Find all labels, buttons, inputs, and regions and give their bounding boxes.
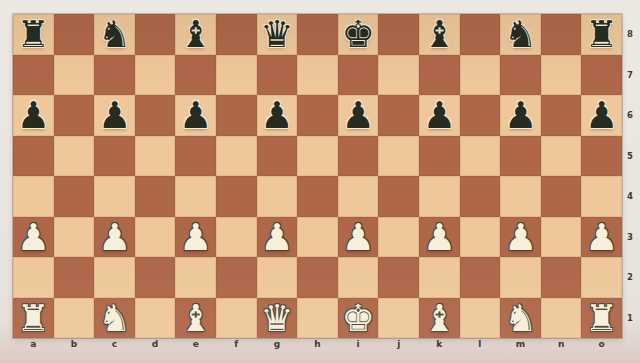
file-label-c: c: [94, 338, 135, 351]
square-m7[interactable]: [500, 55, 541, 96]
square-f8[interactable]: [216, 14, 257, 55]
square-k5[interactable]: [419, 136, 460, 177]
piece-white-pawn[interactable]: ♟: [175, 217, 216, 258]
square-o4[interactable]: [581, 176, 622, 217]
square-d1[interactable]: [135, 298, 176, 339]
square-i4[interactable]: [338, 176, 379, 217]
piece-black-pawn[interactable]: ♟: [13, 95, 54, 136]
square-f2[interactable]: [216, 257, 257, 298]
square-g3[interactable]: ♟: [257, 217, 298, 258]
square-l2[interactable]: [460, 257, 501, 298]
square-a1[interactable]: ♜: [13, 298, 54, 339]
file-label-l: l: [460, 338, 501, 351]
piece-white-rook[interactable]: ♜: [581, 298, 622, 339]
piece-black-bishop[interactable]: ♝: [175, 14, 216, 55]
square-c4[interactable]: [94, 176, 135, 217]
square-h3[interactable]: [297, 217, 338, 258]
square-a5[interactable]: [13, 136, 54, 177]
square-n4[interactable]: [541, 176, 582, 217]
square-c5[interactable]: [94, 136, 135, 177]
square-k3[interactable]: ♟: [419, 217, 460, 258]
square-o8[interactable]: ♜: [581, 14, 622, 55]
square-e8[interactable]: ♝: [175, 14, 216, 55]
square-l5[interactable]: [460, 136, 501, 177]
piece-white-king[interactable]: ♚: [338, 298, 379, 339]
square-j8[interactable]: [378, 14, 419, 55]
square-l3[interactable]: [460, 217, 501, 258]
rank-labels: 87654321: [622, 14, 638, 338]
square-h4[interactable]: [297, 176, 338, 217]
square-a3[interactable]: ♟: [13, 217, 54, 258]
square-c3[interactable]: ♟: [94, 217, 135, 258]
square-b7[interactable]: [54, 55, 95, 96]
square-f1[interactable]: [216, 298, 257, 339]
square-m2[interactable]: [500, 257, 541, 298]
square-f4[interactable]: [216, 176, 257, 217]
square-h5[interactable]: [297, 136, 338, 177]
square-i6[interactable]: ♟: [338, 95, 379, 136]
square-a2[interactable]: [13, 257, 54, 298]
file-label-i: i: [338, 338, 379, 351]
piece-black-pawn[interactable]: ♟: [94, 95, 135, 136]
piece-white-pawn[interactable]: ♟: [581, 217, 622, 258]
square-b8[interactable]: [54, 14, 95, 55]
file-label-f: f: [216, 338, 257, 351]
square-b3[interactable]: [54, 217, 95, 258]
square-m8[interactable]: ♞: [500, 14, 541, 55]
square-c8[interactable]: ♞: [94, 14, 135, 55]
square-l4[interactable]: [460, 176, 501, 217]
piece-black-queen[interactable]: ♛: [257, 14, 298, 55]
square-g2[interactable]: [257, 257, 298, 298]
square-l6[interactable]: [460, 95, 501, 136]
square-j5[interactable]: [378, 136, 419, 177]
file-label-e: e: [175, 338, 216, 351]
rank-label-3: 3: [622, 217, 638, 258]
piece-white-pawn[interactable]: ♟: [338, 217, 379, 258]
piece-white-queen[interactable]: ♛: [257, 298, 298, 339]
piece-white-pawn[interactable]: ♟: [94, 217, 135, 258]
rank-label-4: 4: [622, 176, 638, 217]
square-c7[interactable]: [94, 55, 135, 96]
square-h2[interactable]: [297, 257, 338, 298]
square-g1[interactable]: ♛: [257, 298, 298, 339]
piece-black-knight[interactable]: ♞: [94, 14, 135, 55]
square-n8[interactable]: [541, 14, 582, 55]
square-g8[interactable]: ♛: [257, 14, 298, 55]
square-h6[interactable]: [297, 95, 338, 136]
square-e4[interactable]: [175, 176, 216, 217]
square-a6[interactable]: ♟: [13, 95, 54, 136]
square-j3[interactable]: [378, 217, 419, 258]
piece-white-knight[interactable]: ♞: [94, 298, 135, 339]
square-i1[interactable]: ♚: [338, 298, 379, 339]
square-g6[interactable]: ♟: [257, 95, 298, 136]
square-k4[interactable]: [419, 176, 460, 217]
file-label-o: o: [581, 338, 622, 351]
square-i8[interactable]: ♚: [338, 14, 379, 55]
piece-white-bishop[interactable]: ♝: [175, 298, 216, 339]
square-i3[interactable]: ♟: [338, 217, 379, 258]
square-o3[interactable]: ♟: [581, 217, 622, 258]
file-label-m: m: [500, 338, 541, 351]
square-k6[interactable]: ♟: [419, 95, 460, 136]
square-h7[interactable]: [297, 55, 338, 96]
file-label-h: h: [297, 338, 338, 351]
piece-black-knight[interactable]: ♞: [500, 14, 541, 55]
square-m6[interactable]: ♟: [500, 95, 541, 136]
square-l7[interactable]: [460, 55, 501, 96]
square-m4[interactable]: [500, 176, 541, 217]
square-h8[interactable]: [297, 14, 338, 55]
rank-label-8: 8: [622, 14, 638, 55]
square-b1[interactable]: [54, 298, 95, 339]
piece-black-king[interactable]: ♚: [338, 14, 379, 55]
file-label-k: k: [419, 338, 460, 351]
file-label-n: n: [541, 338, 582, 351]
square-o1[interactable]: ♜: [581, 298, 622, 339]
square-b6[interactable]: [54, 95, 95, 136]
square-f7[interactable]: [216, 55, 257, 96]
square-e2[interactable]: [175, 257, 216, 298]
square-e5[interactable]: [175, 136, 216, 177]
square-d6[interactable]: [135, 95, 176, 136]
board-background: { "game": "chess", "board_variant": "str…: [0, 0, 640, 363]
square-k7[interactable]: [419, 55, 460, 96]
piece-white-knight[interactable]: ♞: [500, 298, 541, 339]
rank-label-6: 6: [622, 95, 638, 136]
square-g5[interactable]: [257, 136, 298, 177]
square-l8[interactable]: [460, 14, 501, 55]
square-g7[interactable]: [257, 55, 298, 96]
square-o6[interactable]: ♟: [581, 95, 622, 136]
square-i2[interactable]: [338, 257, 379, 298]
square-d5[interactable]: [135, 136, 176, 177]
square-o7[interactable]: [581, 55, 622, 96]
square-j4[interactable]: [378, 176, 419, 217]
square-d8[interactable]: [135, 14, 176, 55]
square-n2[interactable]: [541, 257, 582, 298]
square-l1[interactable]: [460, 298, 501, 339]
file-label-b: b: [54, 338, 95, 351]
piece-white-rook[interactable]: ♜: [13, 298, 54, 339]
rank-label-1: 1: [622, 298, 638, 339]
square-c2[interactable]: [94, 257, 135, 298]
piece-black-rook[interactable]: ♜: [13, 14, 54, 55]
square-b5[interactable]: [54, 136, 95, 177]
square-b2[interactable]: [54, 257, 95, 298]
square-n6[interactable]: [541, 95, 582, 136]
piece-white-pawn[interactable]: ♟: [500, 217, 541, 258]
square-f3[interactable]: [216, 217, 257, 258]
square-j6[interactable]: [378, 95, 419, 136]
square-m3[interactable]: ♟: [500, 217, 541, 258]
square-n3[interactable]: [541, 217, 582, 258]
square-d4[interactable]: [135, 176, 176, 217]
square-d3[interactable]: [135, 217, 176, 258]
square-j1[interactable]: [378, 298, 419, 339]
square-m5[interactable]: [500, 136, 541, 177]
square-g4[interactable]: [257, 176, 298, 217]
piece-black-pawn[interactable]: ♟: [257, 95, 298, 136]
square-o2[interactable]: [581, 257, 622, 298]
file-label-a: a: [13, 338, 54, 351]
square-a8[interactable]: ♜: [13, 14, 54, 55]
square-i7[interactable]: [338, 55, 379, 96]
square-f6[interactable]: [216, 95, 257, 136]
square-n1[interactable]: [541, 298, 582, 339]
chess-board: ♜♞♝♛♚♝♞♜♟♟♟♟♟♟♟♟♟♟♟♟♟♟♟♟♜♞♝♛♚♝♞♜: [13, 14, 622, 338]
file-label-d: d: [135, 338, 176, 351]
rank-label-2: 2: [622, 257, 638, 298]
piece-black-pawn[interactable]: ♟: [175, 95, 216, 136]
square-e6[interactable]: ♟: [175, 95, 216, 136]
square-n5[interactable]: [541, 136, 582, 177]
square-c6[interactable]: ♟: [94, 95, 135, 136]
piece-black-pawn[interactable]: ♟: [419, 95, 460, 136]
rank-label-5: 5: [622, 136, 638, 177]
piece-white-pawn[interactable]: ♟: [257, 217, 298, 258]
piece-white-bishop[interactable]: ♝: [419, 298, 460, 339]
piece-white-pawn[interactable]: ♟: [419, 217, 460, 258]
piece-black-rook[interactable]: ♜: [581, 14, 622, 55]
square-k2[interactable]: [419, 257, 460, 298]
square-k8[interactable]: ♝: [419, 14, 460, 55]
square-b4[interactable]: [54, 176, 95, 217]
square-j2[interactable]: [378, 257, 419, 298]
piece-black-pawn[interactable]: ♟: [338, 95, 379, 136]
square-f5[interactable]: [216, 136, 257, 177]
square-k1[interactable]: ♝: [419, 298, 460, 339]
square-e3[interactable]: ♟: [175, 217, 216, 258]
square-h1[interactable]: [297, 298, 338, 339]
square-a4[interactable]: [13, 176, 54, 217]
piece-black-bishop[interactable]: ♝: [419, 14, 460, 55]
square-i5[interactable]: [338, 136, 379, 177]
rank-label-7: 7: [622, 55, 638, 96]
square-m1[interactable]: ♞: [500, 298, 541, 339]
piece-white-pawn[interactable]: ♟: [13, 217, 54, 258]
file-label-j: j: [378, 338, 419, 351]
square-d2[interactable]: [135, 257, 176, 298]
square-n7[interactable]: [541, 55, 582, 96]
square-a7[interactable]: [13, 55, 54, 96]
file-labels: abcdefghijklmno: [13, 338, 622, 351]
square-c1[interactable]: ♞: [94, 298, 135, 339]
square-e1[interactable]: ♝: [175, 298, 216, 339]
square-o5[interactable]: [581, 136, 622, 177]
piece-black-pawn[interactable]: ♟: [581, 95, 622, 136]
square-e7[interactable]: [175, 55, 216, 96]
square-j7[interactable]: [378, 55, 419, 96]
file-label-g: g: [257, 338, 298, 351]
square-d7[interactable]: [135, 55, 176, 96]
piece-black-pawn[interactable]: ♟: [500, 95, 541, 136]
